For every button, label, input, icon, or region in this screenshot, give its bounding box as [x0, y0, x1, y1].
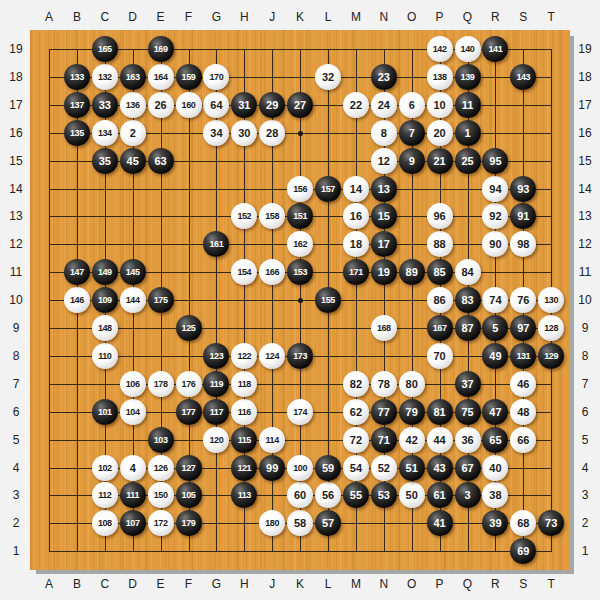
stone-white-N16[interactable]: 8	[371, 120, 397, 146]
stone-white-C4[interactable]: 102	[92, 455, 118, 481]
stone-black-P11[interactable]: 85	[427, 259, 453, 285]
stone-black-O11[interactable]: 89	[399, 259, 425, 285]
stone-black-M3[interactable]: 55	[343, 482, 369, 508]
stone-white-R14[interactable]: 94	[482, 176, 508, 202]
stone-white-P8[interactable]: 70	[427, 343, 453, 369]
stone-white-P18[interactable]: 138	[427, 64, 453, 90]
stone-white-S5[interactable]: 66	[510, 427, 536, 453]
stone-white-J16[interactable]: 28	[259, 120, 285, 146]
stone-black-R8[interactable]: 49	[482, 343, 508, 369]
stone-white-R13[interactable]: 92	[482, 203, 508, 229]
stone-white-D10[interactable]: 144	[120, 287, 146, 313]
stone-black-S14[interactable]: 93	[510, 176, 536, 202]
stone-black-K17[interactable]: 27	[287, 92, 313, 118]
stone-white-K6[interactable]: 174	[287, 399, 313, 425]
stone-black-R15[interactable]: 95	[482, 148, 508, 174]
row-label-right-15: 15	[573, 153, 597, 169]
stone-white-D6[interactable]: 104	[120, 399, 146, 425]
stone-white-J11[interactable]: 166	[259, 259, 285, 285]
stone-black-O6[interactable]: 79	[399, 399, 425, 425]
stone-white-P5[interactable]: 44	[427, 427, 453, 453]
stone-black-B16[interactable]: 135	[64, 120, 90, 146]
stone-black-Q10[interactable]: 83	[455, 287, 481, 313]
stone-black-N18[interactable]: 23	[371, 64, 397, 90]
stone-black-H5[interactable]: 115	[231, 427, 257, 453]
stone-white-E2[interactable]: 172	[148, 510, 174, 536]
stone-white-C3[interactable]: 112	[92, 482, 118, 508]
stone-black-D15[interactable]: 45	[120, 148, 146, 174]
stone-white-P19[interactable]: 142	[427, 36, 453, 62]
stone-white-D7[interactable]: 106	[120, 371, 146, 397]
stone-black-S9[interactable]: 97	[510, 315, 536, 341]
row-label-right-14: 14	[573, 181, 597, 197]
stone-black-Q3[interactable]: 3	[455, 482, 481, 508]
stone-white-D4[interactable]: 4	[120, 455, 146, 481]
stone-white-L18[interactable]: 32	[315, 64, 341, 90]
stone-white-E3[interactable]: 150	[148, 482, 174, 508]
stone-white-O5[interactable]: 42	[399, 427, 425, 453]
stone-black-Q15[interactable]: 25	[455, 148, 481, 174]
stone-white-P10[interactable]: 86	[427, 287, 453, 313]
stone-black-S1[interactable]: 69	[510, 538, 536, 564]
stone-black-F3[interactable]: 105	[176, 482, 202, 508]
stone-black-P3[interactable]: 61	[427, 482, 453, 508]
stone-white-C2[interactable]: 108	[92, 510, 118, 536]
stone-white-E18[interactable]: 164	[148, 64, 174, 90]
go-kifu-viewer: ABCDEFGHJKLMNOPQRST ABCDEFGHJKLMNOPQRST …	[0, 0, 600, 600]
stone-black-H17[interactable]: 31	[231, 92, 257, 118]
stone-black-C6[interactable]: 101	[92, 399, 118, 425]
stone-black-D3[interactable]: 111	[120, 482, 146, 508]
stone-black-D18[interactable]: 163	[120, 64, 146, 90]
stone-black-L2[interactable]: 57	[315, 510, 341, 536]
stone-black-Q4[interactable]: 67	[455, 455, 481, 481]
stone-white-S7[interactable]: 46	[510, 371, 536, 397]
stone-black-D2[interactable]: 107	[120, 510, 146, 536]
stone-black-K11[interactable]: 153	[287, 259, 313, 285]
stone-black-Q18[interactable]: 139	[455, 64, 481, 90]
stone-black-K8[interactable]: 173	[287, 343, 313, 369]
stone-black-Q9[interactable]: 87	[455, 315, 481, 341]
row-label-right-10: 10	[573, 292, 597, 308]
stone-black-G6[interactable]: 117	[203, 399, 229, 425]
stone-white-P16[interactable]: 20	[427, 120, 453, 146]
stone-white-R4[interactable]: 40	[482, 455, 508, 481]
stone-black-R5[interactable]: 65	[482, 427, 508, 453]
stone-white-M7[interactable]: 82	[343, 371, 369, 397]
stone-black-C15[interactable]: 35	[92, 148, 118, 174]
star-point-K16	[298, 131, 303, 136]
stone-black-N14[interactable]: 13	[371, 176, 397, 202]
stone-white-R10[interactable]: 74	[482, 287, 508, 313]
stone-white-T10[interactable]: 130	[538, 287, 564, 313]
row-label-right-18: 18	[573, 69, 597, 85]
row-label-right-16: 16	[573, 125, 597, 141]
stone-white-M14[interactable]: 14	[343, 176, 369, 202]
stone-white-C16[interactable]: 134	[92, 120, 118, 146]
stone-black-L4[interactable]: 59	[315, 455, 341, 481]
stone-white-G17[interactable]: 64	[203, 92, 229, 118]
stone-black-P6[interactable]: 81	[427, 399, 453, 425]
stone-black-F9[interactable]: 125	[176, 315, 202, 341]
stone-black-S13[interactable]: 91	[510, 203, 536, 229]
stone-white-E17[interactable]: 26	[148, 92, 174, 118]
stone-black-G8[interactable]: 123	[203, 343, 229, 369]
stone-white-N4[interactable]: 52	[371, 455, 397, 481]
stone-black-R19[interactable]: 141	[482, 36, 508, 62]
row-label-right-3: 3	[573, 487, 597, 503]
stone-white-G18[interactable]: 170	[203, 64, 229, 90]
stone-white-D17[interactable]: 136	[120, 92, 146, 118]
stone-black-E19[interactable]: 169	[148, 36, 174, 62]
stone-black-N13[interactable]: 15	[371, 203, 397, 229]
stone-white-N9[interactable]: 168	[371, 315, 397, 341]
stone-black-Q6[interactable]: 75	[455, 399, 481, 425]
stone-black-G12[interactable]: 161	[203, 231, 229, 257]
stone-black-H4[interactable]: 121	[231, 455, 257, 481]
stone-white-C9[interactable]: 148	[92, 315, 118, 341]
stone-white-M6[interactable]: 62	[343, 399, 369, 425]
stone-black-K13[interactable]: 151	[287, 203, 313, 229]
stone-white-E7[interactable]: 178	[148, 371, 174, 397]
stone-white-M13[interactable]: 16	[343, 203, 369, 229]
stone-black-R2[interactable]: 39	[482, 510, 508, 536]
stone-white-S2[interactable]: 68	[510, 510, 536, 536]
stone-white-K14[interactable]: 156	[287, 176, 313, 202]
row-label-right-17: 17	[573, 97, 597, 113]
stone-white-O3[interactable]: 50	[399, 482, 425, 508]
grid-line-horizontal	[49, 551, 552, 552]
stone-black-R9[interactable]: 5	[482, 315, 508, 341]
stone-white-O7[interactable]: 80	[399, 371, 425, 397]
stone-black-P4[interactable]: 43	[427, 455, 453, 481]
stone-white-K3[interactable]: 60	[287, 482, 313, 508]
stone-black-B18[interactable]: 133	[64, 64, 90, 90]
row-label-right-4: 4	[573, 460, 597, 476]
stone-black-O15[interactable]: 9	[399, 148, 425, 174]
stone-white-S6[interactable]: 48	[510, 399, 536, 425]
stone-white-L3[interactable]: 56	[315, 482, 341, 508]
stone-black-B11[interactable]: 147	[64, 259, 90, 285]
stone-white-K2[interactable]: 58	[287, 510, 313, 536]
stone-white-R12[interactable]: 90	[482, 231, 508, 257]
stone-white-F17[interactable]: 160	[176, 92, 202, 118]
stone-black-T2[interactable]: 73	[538, 510, 564, 536]
stone-white-R3[interactable]: 38	[482, 482, 508, 508]
stone-white-M4[interactable]: 54	[343, 455, 369, 481]
stone-black-N12[interactable]: 17	[371, 231, 397, 257]
stone-black-N6[interactable]: 77	[371, 399, 397, 425]
stone-white-C18[interactable]: 132	[92, 64, 118, 90]
stone-black-M11[interactable]: 171	[343, 259, 369, 285]
stone-white-H13[interactable]: 152	[231, 203, 257, 229]
stone-black-T8[interactable]: 129	[538, 343, 564, 369]
row-label-right-1: 1	[573, 543, 597, 559]
row-label-right-6: 6	[573, 404, 597, 420]
stone-white-B10[interactable]: 146	[64, 287, 90, 313]
stone-black-Q7[interactable]: 37	[455, 371, 481, 397]
stone-black-F2[interactable]: 179	[176, 510, 202, 536]
stone-black-E10[interactable]: 175	[148, 287, 174, 313]
stone-black-F6[interactable]: 177	[176, 399, 202, 425]
stone-white-Q19[interactable]: 140	[455, 36, 481, 62]
goban[interactable]: 1234567891011121314151617181920212223242…	[30, 30, 570, 570]
stone-white-F7[interactable]: 176	[176, 371, 202, 397]
stone-black-B17[interactable]: 137	[64, 92, 90, 118]
stone-black-Q16[interactable]: 1	[455, 120, 481, 146]
stone-white-Q11[interactable]: 84	[455, 259, 481, 285]
stone-black-C11[interactable]: 149	[92, 259, 118, 285]
stone-white-S10[interactable]: 76	[510, 287, 536, 313]
stone-white-D16[interactable]: 2	[120, 120, 146, 146]
stone-black-J4[interactable]: 99	[259, 455, 285, 481]
stone-black-O16[interactable]: 7	[399, 120, 425, 146]
stone-white-T9[interactable]: 128	[538, 315, 564, 341]
stone-white-Q5[interactable]: 36	[455, 427, 481, 453]
stone-white-P17[interactable]: 10	[427, 92, 453, 118]
stone-white-J5[interactable]: 114	[259, 427, 285, 453]
stone-white-H16[interactable]: 30	[231, 120, 257, 146]
stone-white-P12[interactable]: 88	[427, 231, 453, 257]
stone-white-M12[interactable]: 18	[343, 231, 369, 257]
stone-white-K4[interactable]: 100	[287, 455, 313, 481]
row-label-right-8: 8	[573, 348, 597, 364]
stone-black-C17[interactable]: 33	[92, 92, 118, 118]
stone-white-J2[interactable]: 180	[259, 510, 285, 536]
stone-white-G16[interactable]: 34	[203, 120, 229, 146]
row-label-right-11: 11	[573, 264, 597, 280]
stone-black-N11[interactable]: 19	[371, 259, 397, 285]
stone-black-N5[interactable]: 71	[371, 427, 397, 453]
stone-black-O4[interactable]: 51	[399, 455, 425, 481]
stone-black-P2[interactable]: 41	[427, 510, 453, 536]
stone-white-K12[interactable]: 162	[287, 231, 313, 257]
stone-black-L14[interactable]: 157	[315, 176, 341, 202]
stone-black-G7[interactable]: 119	[203, 371, 229, 397]
stone-black-P15[interactable]: 21	[427, 148, 453, 174]
stone-white-N17[interactable]: 24	[371, 92, 397, 118]
stone-black-J17[interactable]: 29	[259, 92, 285, 118]
stone-white-S12[interactable]: 98	[510, 231, 536, 257]
stone-white-H8[interactable]: 122	[231, 343, 257, 369]
stone-black-N3[interactable]: 53	[371, 482, 397, 508]
stone-black-E5[interactable]: 103	[148, 427, 174, 453]
row-label-right-5: 5	[573, 432, 597, 448]
stone-black-R6[interactable]: 47	[482, 399, 508, 425]
stone-black-D11[interactable]: 145	[120, 259, 146, 285]
stone-white-C8[interactable]: 110	[92, 343, 118, 369]
row-label-right-7: 7	[573, 376, 597, 392]
stone-white-J8[interactable]: 124	[259, 343, 285, 369]
stone-white-E4[interactable]: 126	[148, 455, 174, 481]
stone-white-G5[interactable]: 120	[203, 427, 229, 453]
stone-white-H7[interactable]: 118	[231, 371, 257, 397]
stone-black-L10[interactable]: 155	[315, 287, 341, 313]
stone-white-N15[interactable]: 12	[371, 148, 397, 174]
stone-black-Q17[interactable]: 11	[455, 92, 481, 118]
row-label-right-19: 19	[573, 41, 597, 57]
stone-black-F4[interactable]: 127	[176, 455, 202, 481]
stone-white-M5[interactable]: 72	[343, 427, 369, 453]
row-label-right-9: 9	[573, 320, 597, 336]
stone-white-M17[interactable]: 22	[343, 92, 369, 118]
stone-white-O17[interactable]: 6	[399, 92, 425, 118]
stone-black-P9[interactable]: 167	[427, 315, 453, 341]
stone-white-H11[interactable]: 154	[231, 259, 257, 285]
stone-black-C19[interactable]: 165	[92, 36, 118, 62]
stone-white-J13[interactable]: 158	[259, 203, 285, 229]
stone-black-E15[interactable]: 63	[148, 148, 174, 174]
stone-white-H6[interactable]: 116	[231, 399, 257, 425]
stone-black-F18[interactable]: 159	[176, 64, 202, 90]
stone-black-C10[interactable]: 109	[92, 287, 118, 313]
row-label-right-12: 12	[573, 236, 597, 252]
star-point-K10	[298, 298, 303, 303]
stone-white-N7[interactable]: 78	[371, 371, 397, 397]
stone-white-P13[interactable]: 96	[427, 203, 453, 229]
stone-black-S8[interactable]: 131	[510, 343, 536, 369]
stone-black-S18[interactable]: 143	[510, 64, 536, 90]
stone-black-H3[interactable]: 113	[231, 482, 257, 508]
row-label-right-2: 2	[573, 515, 597, 531]
row-label-right-13: 13	[573, 208, 597, 224]
